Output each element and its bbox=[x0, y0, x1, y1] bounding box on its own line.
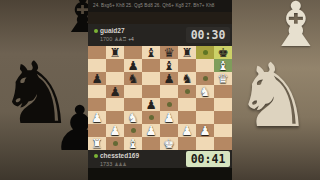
white-king: ♚ bbox=[163, 137, 174, 150]
top-player-rating: 1700 bbox=[100, 36, 112, 42]
square-h6[interactable]: ♛ bbox=[214, 72, 232, 85]
white-knight: ♞ bbox=[199, 85, 210, 98]
square-d8[interactable]: ♝ bbox=[142, 46, 160, 59]
square-h3[interactable] bbox=[214, 111, 232, 124]
square-a5[interactable] bbox=[88, 85, 106, 98]
move-hint-dot[interactable] bbox=[149, 115, 154, 120]
square-f2[interactable]: ♟ bbox=[178, 124, 196, 137]
square-e5[interactable] bbox=[160, 85, 178, 98]
top-player-clock: 00:30 bbox=[186, 27, 230, 43]
white-pawn: ♟ bbox=[163, 111, 174, 124]
black-pawn: ♟ bbox=[163, 72, 174, 85]
bottom-strip bbox=[88, 168, 232, 180]
move-hint-dot[interactable] bbox=[185, 89, 190, 94]
square-g2[interactable]: ♟ bbox=[196, 124, 214, 137]
square-a1[interactable]: ♜ bbox=[88, 137, 106, 150]
black-rook: ♜ bbox=[181, 46, 192, 59]
square-b1[interactable] bbox=[106, 137, 124, 150]
move-hint-dot[interactable] bbox=[167, 102, 172, 107]
square-e6[interactable]: ♟ bbox=[160, 72, 178, 85]
square-a6[interactable]: ♟ bbox=[88, 72, 106, 85]
top-player-panel[interactable]: guaid27 1700 ♙♙♖ +4 00:30 bbox=[88, 24, 232, 46]
square-b5[interactable]: ♟ bbox=[106, 85, 124, 98]
square-g4[interactable] bbox=[196, 98, 214, 111]
square-c3[interactable]: ♞ bbox=[124, 111, 142, 124]
move-hint-dot[interactable] bbox=[131, 128, 136, 133]
square-d4[interactable]: ♟ bbox=[142, 98, 160, 111]
black-bishop: ♝ bbox=[145, 46, 156, 59]
square-f4[interactable] bbox=[178, 98, 196, 111]
square-d1[interactable] bbox=[142, 137, 160, 150]
square-f6[interactable]: ♞ bbox=[178, 72, 196, 85]
black-knight: ♞ bbox=[127, 72, 138, 85]
black-pawn: ♟ bbox=[109, 85, 120, 98]
material-advantage: +4 bbox=[128, 36, 134, 42]
black-rook: ♜ bbox=[109, 46, 120, 59]
chess-board: ♜♝♛♜♚♟♝♝♟♞♟♞♛♟♞♟♟♞♟♟♟♟♟♜♝♚ bbox=[88, 46, 232, 150]
white-queen: ♛ bbox=[217, 72, 228, 85]
black-pawn: ♟ bbox=[145, 98, 156, 111]
white-pawn: ♟ bbox=[181, 124, 192, 137]
white-pawn: ♟ bbox=[109, 124, 120, 137]
square-g7[interactable] bbox=[196, 59, 214, 72]
game-video-column: 24. Bxg6+ Kh8 25. Qg5 Bd8 26. Qh6+ Kg8 2… bbox=[88, 0, 232, 180]
white-pawn: ♟ bbox=[145, 124, 156, 137]
square-b2[interactable]: ♟ bbox=[106, 124, 124, 137]
move-hint-dot[interactable] bbox=[203, 76, 208, 81]
square-c6[interactable]: ♞ bbox=[124, 72, 142, 85]
square-h4[interactable] bbox=[214, 98, 232, 111]
bottom-player-captured-pieces: ♟♟♟ bbox=[114, 161, 126, 167]
online-indicator-bottom bbox=[94, 154, 98, 158]
top-gap bbox=[88, 12, 232, 24]
square-c1[interactable]: ♝ bbox=[124, 137, 142, 150]
black-pawn: ♟ bbox=[91, 72, 102, 85]
square-b4[interactable] bbox=[106, 98, 124, 111]
square-b7[interactable] bbox=[106, 59, 124, 72]
square-f1[interactable] bbox=[178, 137, 196, 150]
square-b8[interactable]: ♜ bbox=[106, 46, 124, 59]
square-d6[interactable] bbox=[142, 72, 160, 85]
bottom-player-clock: 00:41 bbox=[186, 151, 230, 167]
white-rook: ♜ bbox=[91, 137, 102, 150]
square-g5[interactable]: ♞ bbox=[196, 85, 214, 98]
square-f5[interactable] bbox=[178, 85, 196, 98]
square-a8[interactable] bbox=[88, 46, 106, 59]
move-list-text: 24. Bxg6+ Kh8 25. Qg5 Bd8 26. Qh6+ Kg8 2… bbox=[93, 3, 214, 8]
square-a3[interactable]: ♟ bbox=[88, 111, 106, 124]
move-list-bar[interactable]: 24. Bxg6+ Kh8 25. Qg5 Bd8 26. Qh6+ Kg8 2… bbox=[88, 0, 232, 12]
white-pawn: ♟ bbox=[199, 124, 210, 137]
square-e1[interactable]: ♚ bbox=[160, 137, 178, 150]
white-pawn: ♟ bbox=[91, 111, 102, 124]
bottom-player-rating: 1733 bbox=[100, 161, 112, 167]
white-knight: ♞ bbox=[127, 111, 138, 124]
online-indicator-top bbox=[94, 29, 98, 33]
bottom-player-name: chessted169 bbox=[100, 152, 139, 159]
square-h2[interactable] bbox=[214, 124, 232, 137]
background-white-knight-icon: ♞ bbox=[234, 52, 313, 140]
top-player-name: guaid27 bbox=[100, 27, 125, 34]
square-d7[interactable] bbox=[142, 59, 160, 72]
square-g8[interactable] bbox=[196, 46, 214, 59]
white-bishop: ♝ bbox=[127, 137, 138, 150]
square-f8[interactable]: ♜ bbox=[178, 46, 196, 59]
square-e3[interactable]: ♟ bbox=[160, 111, 178, 124]
black-knight: ♞ bbox=[181, 72, 192, 85]
square-h5[interactable] bbox=[214, 85, 232, 98]
move-hint-dot[interactable] bbox=[203, 50, 208, 55]
bottom-player-panel[interactable]: chessted169 1733 ♟♟♟ 00:41 bbox=[88, 150, 232, 168]
square-d2[interactable]: ♟ bbox=[142, 124, 160, 137]
move-hint-dot[interactable] bbox=[113, 141, 118, 146]
top-player-captured-pieces: ♙♙♖ bbox=[114, 36, 126, 42]
square-h1[interactable] bbox=[214, 137, 232, 150]
square-g1[interactable] bbox=[196, 137, 214, 150]
square-c5[interactable] bbox=[124, 85, 142, 98]
